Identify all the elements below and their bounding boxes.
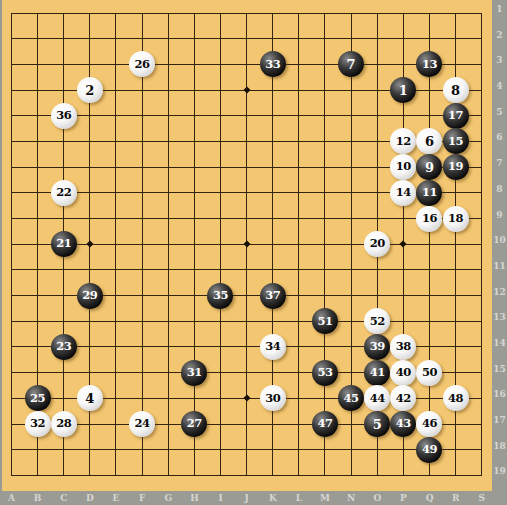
board-point-H11[interactable] [181, 257, 207, 283]
board-point-P14[interactable]: 38 [390, 334, 416, 360]
board-point-F11[interactable] [129, 257, 155, 283]
board-point-M4[interactable] [312, 77, 338, 103]
board-point-D7[interactable] [77, 154, 103, 180]
board-point-E18[interactable] [103, 437, 129, 463]
board-point-B14[interactable] [25, 334, 51, 360]
board-point-N13[interactable] [338, 308, 364, 334]
board-point-F6[interactable] [129, 129, 155, 155]
board-point-Q7[interactable]: 9 [416, 154, 442, 180]
board-point-H3[interactable] [181, 52, 207, 78]
board-point-R14[interactable] [443, 334, 469, 360]
board-point-Q10[interactable] [416, 231, 442, 257]
board-point-F3[interactable]: 26 [129, 52, 155, 78]
board-point-J7[interactable] [234, 154, 260, 180]
stone-white-26[interactable]: 26 [129, 51, 155, 77]
board-point-J12[interactable] [234, 283, 260, 309]
board-point-A10[interactable] [2, 231, 25, 257]
board-point-M2[interactable] [312, 26, 338, 52]
board-point-D15[interactable] [77, 360, 103, 386]
stone-black-17[interactable]: 17 [443, 103, 469, 129]
board-point-N12[interactable] [338, 283, 364, 309]
stone-white-46[interactable]: 46 [416, 411, 442, 437]
stone-white-12[interactable]: 12 [390, 128, 416, 154]
board-point-Q14[interactable] [416, 334, 442, 360]
board-point-E12[interactable] [103, 283, 129, 309]
stone-black-33[interactable]: 33 [260, 51, 286, 77]
board-point-E14[interactable] [103, 334, 129, 360]
board-point-I3[interactable] [207, 52, 233, 78]
board-point-K15[interactable] [260, 360, 286, 386]
board-point-S9[interactable] [469, 206, 492, 232]
board-point-H17[interactable]: 27 [181, 411, 207, 437]
board-point-F13[interactable] [129, 308, 155, 334]
board-point-R16[interactable]: 48 [443, 386, 469, 412]
board-point-A1[interactable] [2, 0, 25, 26]
board-point-K5[interactable] [260, 103, 286, 129]
stone-black-31[interactable]: 31 [181, 360, 207, 386]
board-point-C19[interactable] [51, 463, 77, 489]
board-point-J2[interactable] [234, 26, 260, 52]
board-point-I10[interactable] [207, 231, 233, 257]
board-point-P12[interactable] [390, 283, 416, 309]
board-point-C6[interactable] [51, 129, 77, 155]
board-point-S15[interactable] [469, 360, 492, 386]
stone-black-53[interactable]: 53 [312, 360, 338, 386]
board-point-N11[interactable] [338, 257, 364, 283]
board-point-A9[interactable] [2, 206, 25, 232]
board-point-P8[interactable]: 14 [390, 180, 416, 206]
board-point-Q3[interactable]: 13 [416, 52, 442, 78]
board-point-H1[interactable] [181, 0, 207, 26]
board-point-S17[interactable] [469, 411, 492, 437]
board-point-B1[interactable] [25, 0, 51, 26]
board-point-R2[interactable] [443, 26, 469, 52]
board-point-E19[interactable] [103, 463, 129, 489]
board-point-A17[interactable] [2, 411, 25, 437]
stone-black-39[interactable]: 39 [364, 334, 390, 360]
board-point-C14[interactable]: 23 [51, 334, 77, 360]
board-point-C4[interactable] [51, 77, 77, 103]
board-point-C17[interactable]: 28 [51, 411, 77, 437]
board-point-C16[interactable] [51, 386, 77, 412]
board-point-L3[interactable] [286, 52, 312, 78]
stone-black-35[interactable]: 35 [207, 283, 233, 309]
board-point-E10[interactable] [103, 231, 129, 257]
board-point-I18[interactable] [207, 437, 233, 463]
board-point-N6[interactable] [338, 129, 364, 155]
board-point-K12[interactable]: 37 [260, 283, 286, 309]
board-point-M11[interactable] [312, 257, 338, 283]
board-point-B6[interactable] [25, 129, 51, 155]
board-point-L17[interactable] [286, 411, 312, 437]
board-point-E17[interactable] [103, 411, 129, 437]
board-point-Q18[interactable]: 49 [416, 437, 442, 463]
board-point-O2[interactable] [364, 26, 390, 52]
board-point-P1[interactable] [390, 0, 416, 26]
board-point-F18[interactable] [129, 437, 155, 463]
board-point-C2[interactable] [51, 26, 77, 52]
board-point-G6[interactable] [155, 129, 181, 155]
board-point-I15[interactable] [207, 360, 233, 386]
board-point-P7[interactable]: 10 [390, 154, 416, 180]
board-point-B19[interactable] [25, 463, 51, 489]
board-point-C7[interactable] [51, 154, 77, 180]
board-point-G3[interactable] [155, 52, 181, 78]
board-point-E8[interactable] [103, 180, 129, 206]
board-point-C15[interactable] [51, 360, 77, 386]
board-point-H16[interactable] [181, 386, 207, 412]
board-point-M1[interactable] [312, 0, 338, 26]
stone-white-50[interactable]: 50 [416, 360, 442, 386]
board-point-Q17[interactable]: 46 [416, 411, 442, 437]
stone-black-47[interactable]: 47 [312, 411, 338, 437]
board-point-J19[interactable] [234, 463, 260, 489]
board-point-I8[interactable] [207, 180, 233, 206]
board-point-J8[interactable] [234, 180, 260, 206]
board-point-M18[interactable] [312, 437, 338, 463]
board-point-M14[interactable] [312, 334, 338, 360]
board-point-H5[interactable] [181, 103, 207, 129]
board-point-B18[interactable] [25, 437, 51, 463]
board-point-I7[interactable] [207, 154, 233, 180]
board-point-L2[interactable] [286, 26, 312, 52]
stone-black-37[interactable]: 37 [260, 283, 286, 309]
stone-black-1[interactable]: 1 [390, 77, 416, 103]
board-point-J10[interactable] [234, 231, 260, 257]
stone-white-32[interactable]: 32 [25, 411, 51, 437]
board-point-D1[interactable] [77, 0, 103, 26]
board-point-M9[interactable] [312, 206, 338, 232]
board-point-O4[interactable] [364, 77, 390, 103]
board-point-H9[interactable] [181, 206, 207, 232]
board-point-E5[interactable] [103, 103, 129, 129]
stone-black-25[interactable]: 25 [25, 385, 51, 411]
board-point-R8[interactable] [443, 180, 469, 206]
board-point-S19[interactable] [469, 463, 492, 489]
board-point-S1[interactable] [469, 0, 492, 26]
board-point-G7[interactable] [155, 154, 181, 180]
stone-black-21[interactable]: 21 [51, 231, 77, 257]
board-point-Q1[interactable] [416, 0, 442, 26]
board-point-B17[interactable]: 32 [25, 411, 51, 437]
board-point-A2[interactable] [2, 26, 25, 52]
board-point-F15[interactable] [129, 360, 155, 386]
board-point-D3[interactable] [77, 52, 103, 78]
board-point-S18[interactable] [469, 437, 492, 463]
board-point-A4[interactable] [2, 77, 25, 103]
board-point-F1[interactable] [129, 0, 155, 26]
board-point-L10[interactable] [286, 231, 312, 257]
board-point-D10[interactable] [77, 231, 103, 257]
board-point-F16[interactable] [129, 386, 155, 412]
stone-white-40[interactable]: 40 [390, 360, 416, 386]
board-point-K13[interactable] [260, 308, 286, 334]
stone-white-30[interactable]: 30 [260, 385, 286, 411]
board-point-J5[interactable] [234, 103, 260, 129]
board-point-L6[interactable] [286, 129, 312, 155]
board-point-K19[interactable] [260, 463, 286, 489]
board-point-B3[interactable] [25, 52, 51, 78]
board-point-M6[interactable] [312, 129, 338, 155]
board-point-C12[interactable] [51, 283, 77, 309]
board-point-D5[interactable] [77, 103, 103, 129]
board-point-O6[interactable] [364, 129, 390, 155]
board-point-O7[interactable] [364, 154, 390, 180]
board-point-J9[interactable] [234, 206, 260, 232]
stone-black-7[interactable]: 7 [338, 51, 364, 77]
board-point-K8[interactable] [260, 180, 286, 206]
stone-white-52[interactable]: 52 [364, 308, 390, 334]
board-point-B4[interactable] [25, 77, 51, 103]
board-point-G2[interactable] [155, 26, 181, 52]
board-point-K7[interactable] [260, 154, 286, 180]
board-point-D16[interactable]: 4 [77, 386, 103, 412]
board-point-J1[interactable] [234, 0, 260, 26]
stone-black-11[interactable]: 11 [416, 180, 442, 206]
board-point-O12[interactable] [364, 283, 390, 309]
board-point-M7[interactable] [312, 154, 338, 180]
board-point-P13[interactable] [390, 308, 416, 334]
board-point-B11[interactable] [25, 257, 51, 283]
board-point-F9[interactable] [129, 206, 155, 232]
board-point-O18[interactable] [364, 437, 390, 463]
board-point-L19[interactable] [286, 463, 312, 489]
board-point-G15[interactable] [155, 360, 181, 386]
board-point-J3[interactable] [234, 52, 260, 78]
board-point-A14[interactable] [2, 334, 25, 360]
board-point-I16[interactable] [207, 386, 233, 412]
board-point-J11[interactable] [234, 257, 260, 283]
board-point-O16[interactable]: 44 [364, 386, 390, 412]
board-point-F8[interactable] [129, 180, 155, 206]
board-point-B13[interactable] [25, 308, 51, 334]
stone-white-48[interactable]: 48 [443, 385, 469, 411]
board-point-F12[interactable] [129, 283, 155, 309]
board-point-R1[interactable] [443, 0, 469, 26]
board-point-O1[interactable] [364, 0, 390, 26]
board-point-N1[interactable] [338, 0, 364, 26]
board-point-M3[interactable] [312, 52, 338, 78]
board-point-N7[interactable] [338, 154, 364, 180]
board-point-G4[interactable] [155, 77, 181, 103]
board-point-J6[interactable] [234, 129, 260, 155]
stone-white-38[interactable]: 38 [390, 334, 416, 360]
board-point-G17[interactable] [155, 411, 181, 437]
board-point-L1[interactable] [286, 0, 312, 26]
board-point-B2[interactable] [25, 26, 51, 52]
board-point-L15[interactable] [286, 360, 312, 386]
stone-black-5[interactable]: 5 [364, 411, 390, 437]
board-point-L12[interactable] [286, 283, 312, 309]
board-point-Q11[interactable] [416, 257, 442, 283]
board-point-A19[interactable] [2, 463, 25, 489]
board-point-I13[interactable] [207, 308, 233, 334]
board-point-S7[interactable] [469, 154, 492, 180]
board-point-J17[interactable] [234, 411, 260, 437]
board-point-A16[interactable] [2, 386, 25, 412]
board-point-S8[interactable] [469, 180, 492, 206]
board-point-O8[interactable] [364, 180, 390, 206]
board-point-O3[interactable] [364, 52, 390, 78]
board-point-P19[interactable] [390, 463, 416, 489]
board-point-I9[interactable] [207, 206, 233, 232]
board-point-I5[interactable] [207, 103, 233, 129]
board-point-M17[interactable]: 47 [312, 411, 338, 437]
board-point-E16[interactable] [103, 386, 129, 412]
board-point-J16[interactable] [234, 386, 260, 412]
board-point-N15[interactable] [338, 360, 364, 386]
stone-black-51[interactable]: 51 [312, 308, 338, 334]
board-point-F5[interactable] [129, 103, 155, 129]
board-point-K11[interactable] [260, 257, 286, 283]
board-point-A6[interactable] [2, 129, 25, 155]
board-point-D8[interactable] [77, 180, 103, 206]
board-point-G18[interactable] [155, 437, 181, 463]
board-point-D6[interactable] [77, 129, 103, 155]
board-point-R3[interactable] [443, 52, 469, 78]
board-point-B5[interactable] [25, 103, 51, 129]
board-point-K18[interactable] [260, 437, 286, 463]
board-point-L7[interactable] [286, 154, 312, 180]
board-point-H14[interactable] [181, 334, 207, 360]
board-point-O10[interactable]: 20 [364, 231, 390, 257]
stone-white-22[interactable]: 22 [51, 180, 77, 206]
board-point-S13[interactable] [469, 308, 492, 334]
board-point-K1[interactable] [260, 0, 286, 26]
board-point-D13[interactable] [77, 308, 103, 334]
board-point-S14[interactable] [469, 334, 492, 360]
stone-black-43[interactable]: 43 [390, 411, 416, 437]
board-point-E9[interactable] [103, 206, 129, 232]
board-point-G11[interactable] [155, 257, 181, 283]
board-point-G5[interactable] [155, 103, 181, 129]
board-point-P11[interactable] [390, 257, 416, 283]
board-point-S4[interactable] [469, 77, 492, 103]
board-point-N4[interactable] [338, 77, 364, 103]
board-point-C13[interactable] [51, 308, 77, 334]
board-point-I6[interactable] [207, 129, 233, 155]
stone-white-16[interactable]: 16 [416, 206, 442, 232]
board-point-B16[interactable]: 25 [25, 386, 51, 412]
board-point-H7[interactable] [181, 154, 207, 180]
board-point-F7[interactable] [129, 154, 155, 180]
board-point-N19[interactable] [338, 463, 364, 489]
board-point-K6[interactable] [260, 129, 286, 155]
board-point-N16[interactable]: 45 [338, 386, 364, 412]
board-point-S3[interactable] [469, 52, 492, 78]
board-point-D14[interactable] [77, 334, 103, 360]
board-point-O11[interactable] [364, 257, 390, 283]
stone-white-20[interactable]: 20 [364, 231, 390, 257]
board-point-Q16[interactable] [416, 386, 442, 412]
board-point-Q6[interactable]: 6 [416, 129, 442, 155]
board-point-O14[interactable]: 39 [364, 334, 390, 360]
stone-white-10[interactable]: 10 [390, 154, 416, 180]
board-point-R4[interactable]: 8 [443, 77, 469, 103]
board-point-C8[interactable]: 22 [51, 180, 77, 206]
board-point-H15[interactable]: 31 [181, 360, 207, 386]
board-point-R5[interactable]: 17 [443, 103, 469, 129]
board-point-E4[interactable] [103, 77, 129, 103]
board-point-M8[interactable] [312, 180, 338, 206]
board-point-E6[interactable] [103, 129, 129, 155]
stone-black-45[interactable]: 45 [338, 385, 364, 411]
board-point-D17[interactable] [77, 411, 103, 437]
board-point-K17[interactable] [260, 411, 286, 437]
board-point-D4[interactable]: 2 [77, 77, 103, 103]
board-point-G12[interactable] [155, 283, 181, 309]
board-point-N2[interactable] [338, 26, 364, 52]
board-point-H10[interactable] [181, 231, 207, 257]
board-point-G10[interactable] [155, 231, 181, 257]
board-point-S5[interactable] [469, 103, 492, 129]
board-point-N5[interactable] [338, 103, 364, 129]
board-point-E11[interactable] [103, 257, 129, 283]
board-point-N10[interactable] [338, 231, 364, 257]
board-point-I17[interactable] [207, 411, 233, 437]
board-point-Q9[interactable]: 16 [416, 206, 442, 232]
board-point-A18[interactable] [2, 437, 25, 463]
stone-white-28[interactable]: 28 [51, 411, 77, 437]
board-point-K9[interactable] [260, 206, 286, 232]
board-point-R17[interactable] [443, 411, 469, 437]
board-point-K2[interactable] [260, 26, 286, 52]
stone-black-15[interactable]: 15 [443, 128, 469, 154]
board-point-R7[interactable]: 19 [443, 154, 469, 180]
board-point-J18[interactable] [234, 437, 260, 463]
stone-black-29[interactable]: 29 [77, 283, 103, 309]
board-point-S10[interactable] [469, 231, 492, 257]
board-point-J15[interactable] [234, 360, 260, 386]
stone-white-34[interactable]: 34 [260, 334, 286, 360]
stone-black-19[interactable]: 19 [443, 154, 469, 180]
board-point-G16[interactable] [155, 386, 181, 412]
board-point-R11[interactable] [443, 257, 469, 283]
board-point-K16[interactable]: 30 [260, 386, 286, 412]
board-point-F17[interactable]: 24 [129, 411, 155, 437]
board-point-Q13[interactable] [416, 308, 442, 334]
board-point-J4[interactable] [234, 77, 260, 103]
board-point-R19[interactable] [443, 463, 469, 489]
board-point-E2[interactable] [103, 26, 129, 52]
board-point-C5[interactable]: 36 [51, 103, 77, 129]
board-point-I14[interactable] [207, 334, 233, 360]
board-point-P17[interactable]: 43 [390, 411, 416, 437]
board-point-E7[interactable] [103, 154, 129, 180]
board-point-H8[interactable] [181, 180, 207, 206]
board-point-Q15[interactable]: 50 [416, 360, 442, 386]
board-point-R15[interactable] [443, 360, 469, 386]
board-point-K10[interactable] [260, 231, 286, 257]
board-point-A3[interactable] [2, 52, 25, 78]
board-point-E15[interactable] [103, 360, 129, 386]
board-point-A11[interactable] [2, 257, 25, 283]
board-point-R9[interactable]: 18 [443, 206, 469, 232]
board-point-L5[interactable] [286, 103, 312, 129]
board-point-M5[interactable] [312, 103, 338, 129]
board-point-H12[interactable] [181, 283, 207, 309]
board-point-N18[interactable] [338, 437, 364, 463]
board-point-L18[interactable] [286, 437, 312, 463]
board-point-H13[interactable] [181, 308, 207, 334]
board-point-K14[interactable]: 34 [260, 334, 286, 360]
board-point-P15[interactable]: 40 [390, 360, 416, 386]
board-point-D19[interactable] [77, 463, 103, 489]
board-point-C1[interactable] [51, 0, 77, 26]
board-point-E13[interactable] [103, 308, 129, 334]
board-point-Q19[interactable] [416, 463, 442, 489]
board-point-N9[interactable] [338, 206, 364, 232]
